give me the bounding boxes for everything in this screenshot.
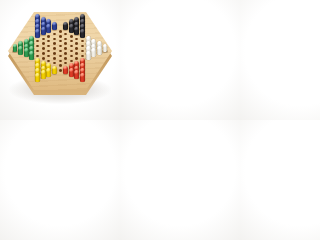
board-hole[interactable]	[42, 47, 45, 49]
board-hole[interactable]	[36, 50, 39, 52]
board-hole[interactable]	[75, 52, 78, 54]
peg-white[interactable]	[86, 51, 91, 60]
board-hole[interactable]	[53, 47, 56, 49]
board-hole[interactable]	[64, 42, 67, 44]
board-hole[interactable]	[42, 38, 45, 40]
board-hole[interactable]	[75, 38, 78, 40]
board-hole[interactable]	[81, 45, 84, 47]
board-hole[interactable]	[47, 60, 50, 62]
board-hole[interactable]	[59, 60, 62, 62]
board-hole[interactable]	[81, 40, 84, 42]
board-hole[interactable]	[64, 38, 67, 40]
peg-black[interactable]	[69, 24, 74, 33]
peg-red[interactable]	[74, 70, 79, 79]
peg-yellow[interactable]	[35, 73, 40, 82]
peg-black[interactable]	[74, 27, 79, 36]
peg-green[interactable]	[18, 46, 23, 55]
board-hole[interactable]	[70, 60, 73, 62]
board-hole[interactable]	[70, 45, 73, 47]
peg-blue[interactable]	[52, 22, 57, 31]
peg-yellow[interactable]	[46, 68, 51, 77]
board-hole[interactable]	[36, 45, 39, 47]
board-hole[interactable]	[75, 42, 78, 44]
board-hole[interactable]	[53, 52, 56, 54]
chinese-checkers-photo	[0, 0, 120, 120]
board-hole[interactable]	[59, 30, 62, 32]
board-hole[interactable]	[81, 50, 84, 52]
peg-blue[interactable]	[41, 27, 46, 36]
board-hole[interactable]	[59, 69, 62, 71]
board-hole[interactable]	[59, 45, 62, 47]
board-hole[interactable]	[42, 42, 45, 44]
peg-black[interactable]	[80, 29, 85, 38]
board-hole[interactable]	[53, 38, 56, 40]
board-hole[interactable]	[53, 33, 56, 35]
board-hole[interactable]	[70, 55, 73, 57]
peg-black[interactable]	[63, 22, 68, 31]
board-hole[interactable]	[59, 55, 62, 57]
board-hole[interactable]	[70, 40, 73, 42]
peg-red[interactable]	[69, 68, 74, 77]
board-hole[interactable]	[53, 62, 56, 64]
board-hole[interactable]	[59, 50, 62, 52]
peg-layer	[0, 0, 120, 120]
board-hole[interactable]	[64, 57, 67, 59]
peg-white[interactable]	[97, 46, 102, 55]
peg-yellow[interactable]	[41, 70, 46, 79]
peg-white[interactable]	[91, 48, 96, 57]
peg-yellow[interactable]	[52, 66, 57, 75]
board-hole[interactable]	[70, 35, 73, 37]
board-hole[interactable]	[47, 45, 50, 47]
board-hole[interactable]	[59, 40, 62, 42]
board-hole[interactable]	[59, 64, 62, 66]
board-hole[interactable]	[36, 40, 39, 42]
peg-red[interactable]	[80, 73, 85, 82]
board-hole[interactable]	[47, 35, 50, 37]
board-hole[interactable]	[42, 52, 45, 54]
board-hole[interactable]	[47, 50, 50, 52]
board-hole[interactable]	[36, 55, 39, 57]
peg-blue[interactable]	[46, 24, 51, 33]
peg-green[interactable]	[24, 48, 29, 57]
board-hole[interactable]	[75, 47, 78, 49]
peg-green[interactable]	[13, 44, 18, 53]
board-hole[interactable]	[42, 57, 45, 59]
peg-blue[interactable]	[35, 29, 40, 38]
board-hole[interactable]	[81, 55, 84, 57]
board-hole[interactable]	[64, 52, 67, 54]
peg-red[interactable]	[63, 66, 68, 75]
board-hole[interactable]	[47, 40, 50, 42]
board-hole[interactable]	[53, 42, 56, 44]
board-hole[interactable]	[53, 57, 56, 59]
board-hole[interactable]	[59, 35, 62, 37]
peg-green[interactable]	[29, 51, 34, 60]
board-hole[interactable]	[47, 55, 50, 57]
board-hole[interactable]	[64, 33, 67, 35]
board-hole[interactable]	[64, 47, 67, 49]
peg-white[interactable]	[103, 44, 108, 53]
board-hole[interactable]	[64, 62, 67, 64]
board-hole[interactable]	[70, 50, 73, 52]
board-hole[interactable]	[75, 57, 78, 59]
